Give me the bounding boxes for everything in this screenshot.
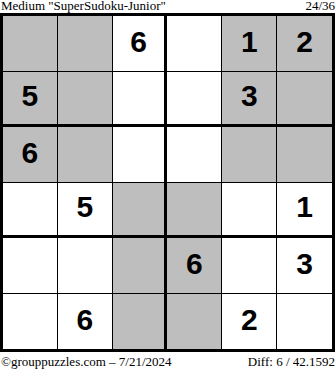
cell-r3c3[interactable] (113, 127, 168, 183)
cell-r3c2[interactable] (58, 127, 113, 183)
footer-copyright: ©grouppuzzles.com – 7/21/2024 (1, 354, 172, 370)
cell-r2c5-given: 3 (222, 72, 277, 128)
cell-r3c4[interactable] (167, 127, 222, 183)
cell-r5c2[interactable] (58, 238, 113, 294)
puzzle-page: Medium "SuperSudoku-Junior" 24/36 612536… (0, 0, 336, 370)
cell-r1c1[interactable] (3, 16, 58, 72)
cell-r4c1[interactable] (3, 183, 58, 239)
header-counter: 24/36 (305, 0, 335, 12)
sudoku-board: 612536516362 (0, 13, 335, 352)
cell-r6c5-given: 2 (222, 294, 277, 350)
cell-r1c6-given: 2 (277, 16, 332, 72)
cell-r3c1-given: 6 (3, 127, 58, 183)
cell-r2c1-given: 5 (3, 72, 58, 128)
cell-r4c2-given: 5 (58, 183, 113, 239)
cell-r2c6[interactable] (277, 72, 332, 128)
cell-r1c2[interactable] (58, 16, 113, 72)
cell-r5c1[interactable] (3, 238, 58, 294)
cell-r6c2-given: 6 (58, 294, 113, 350)
cell-r6c1[interactable] (3, 294, 58, 350)
footer-difficulty: Diff: 6 / 42.1592 (248, 354, 335, 370)
cell-r5c4-given: 6 (167, 238, 222, 294)
cell-r5c6-given: 3 (277, 238, 332, 294)
cell-r5c3[interactable] (113, 238, 168, 294)
cell-r6c4[interactable] (167, 294, 222, 350)
cell-r3c5[interactable] (222, 127, 277, 183)
cell-r2c4[interactable] (167, 72, 222, 128)
cell-r1c5-given: 1 (222, 16, 277, 72)
cell-r4c5[interactable] (222, 183, 277, 239)
cell-r5c5[interactable] (222, 238, 277, 294)
cell-r1c3-given: 6 (113, 16, 168, 72)
cell-r6c3[interactable] (113, 294, 168, 350)
cell-r2c3[interactable] (113, 72, 168, 128)
puzzle-title: Medium "SuperSudoku-Junior" (1, 0, 166, 12)
cell-r3c6[interactable] (277, 127, 332, 183)
cell-r4c4[interactable] (167, 183, 222, 239)
cell-r1c4[interactable] (167, 16, 222, 72)
cell-r4c6-given: 1 (277, 183, 332, 239)
cell-r6c6[interactable] (277, 294, 332, 350)
header: Medium "SuperSudoku-Junior" 24/36 (0, 0, 336, 13)
cell-r4c3[interactable] (113, 183, 168, 239)
cell-r2c2[interactable] (58, 72, 113, 128)
footer: ©grouppuzzles.com – 7/21/2024 Diff: 6 / … (0, 352, 336, 370)
